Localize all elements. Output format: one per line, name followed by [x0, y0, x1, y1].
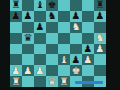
square-c5[interactable] — [34, 33, 46, 44]
square-d1[interactable]: ♛ — [46, 76, 58, 87]
square-a2[interactable]: ♟ — [10, 65, 22, 76]
piece-white-pawn: ♟ — [12, 65, 21, 75]
piece-black-pawn: ♟ — [96, 11, 105, 21]
piece-black-pawn: ♟ — [72, 11, 81, 21]
piece-black-bishop: ♝ — [36, 0, 45, 10]
square-c6[interactable]: ♟ — [34, 22, 46, 33]
square-h6[interactable] — [94, 22, 106, 33]
square-a6[interactable] — [10, 22, 22, 33]
square-f2[interactable]: ♚ — [70, 65, 82, 76]
piece-black-pawn: ♟ — [12, 11, 21, 21]
piece-white-pawn: ♟ — [96, 43, 105, 53]
square-h2[interactable] — [94, 65, 106, 76]
square-f6[interactable]: ♞ — [70, 22, 82, 33]
square-c7[interactable] — [34, 11, 46, 22]
square-b5[interactable]: ♛ — [22, 33, 34, 44]
square-d6[interactable] — [46, 22, 58, 33]
square-c8[interactable]: ♝ — [34, 0, 46, 11]
square-h4[interactable]: ♟ — [94, 44, 106, 55]
square-b2[interactable]: ♟ — [22, 65, 34, 76]
square-d7[interactable]: ♞ — [46, 11, 58, 22]
piece-white-pawn: ♟ — [36, 65, 45, 75]
piece-white-pawn: ♟ — [84, 54, 93, 64]
square-g4[interactable]: ♟ — [82, 44, 94, 55]
square-h3[interactable] — [94, 54, 106, 65]
square-b6[interactable] — [22, 22, 34, 33]
piece-white-knight: ♞ — [96, 33, 105, 43]
piece-white-queen: ♛ — [48, 76, 57, 86]
progress-bar — [75, 81, 103, 84]
square-g5[interactable] — [82, 33, 94, 44]
piece-black-pawn: ♟ — [84, 43, 93, 53]
square-c2[interactable]: ♟ — [34, 65, 46, 76]
square-a3[interactable] — [10, 54, 22, 65]
piece-white-rook: ♜ — [60, 76, 69, 86]
square-e6[interactable] — [58, 22, 70, 33]
square-g6[interactable] — [82, 22, 94, 33]
square-d8[interactable]: ♚ — [46, 0, 58, 11]
square-e8[interactable] — [58, 0, 70, 11]
square-e7[interactable] — [58, 11, 70, 22]
square-f7[interactable]: ♟ — [70, 11, 82, 22]
square-f8[interactable] — [70, 0, 82, 11]
square-d3[interactable] — [46, 54, 58, 65]
piece-white-rook: ♜ — [12, 76, 21, 86]
square-a1[interactable]: ♜ — [10, 76, 22, 87]
square-f3[interactable]: ♟ — [70, 54, 82, 65]
piece-black-pawn: ♟ — [36, 22, 45, 32]
square-b1[interactable] — [22, 76, 34, 87]
square-h5[interactable]: ♞ — [94, 33, 106, 44]
square-e5[interactable] — [58, 33, 70, 44]
square-b3[interactable] — [22, 54, 34, 65]
piece-white-bishop: ♝ — [60, 54, 69, 64]
piece-black-knight: ♞ — [48, 11, 57, 21]
square-h8[interactable]: ♜ — [94, 0, 106, 11]
square-g2[interactable] — [82, 65, 94, 76]
square-d4[interactable] — [46, 44, 58, 55]
piece-white-pawn: ♟ — [24, 65, 33, 75]
chess-app-screenshot: { "game": "chess", "position": { "fen": … — [0, 0, 120, 90]
chess-board: ♜♝♚♜♟♟♞♟♟♟♞♛♞♟♟♝♟♟♟♟♟♚♜♛♜ — [10, 0, 106, 87]
square-g7[interactable] — [82, 11, 94, 22]
square-a7[interactable]: ♟ — [10, 11, 22, 22]
square-c1[interactable] — [34, 76, 46, 87]
square-a4[interactable] — [10, 44, 22, 55]
piece-white-king: ♚ — [72, 65, 81, 75]
square-d5[interactable] — [46, 33, 58, 44]
square-h7[interactable]: ♟ — [94, 11, 106, 22]
square-a8[interactable]: ♜ — [10, 0, 22, 11]
piece-black-pawn: ♟ — [72, 54, 81, 64]
square-a5[interactable] — [10, 33, 22, 44]
piece-black-rook: ♜ — [96, 0, 105, 10]
square-e2[interactable] — [58, 65, 70, 76]
square-d2[interactable] — [46, 65, 58, 76]
square-c3[interactable] — [34, 54, 46, 65]
square-e4[interactable] — [58, 44, 70, 55]
square-e3[interactable]: ♝ — [58, 54, 70, 65]
square-f4[interactable] — [70, 44, 82, 55]
piece-white-knight: ♞ — [72, 22, 81, 32]
piece-black-queen: ♛ — [24, 33, 33, 43]
piece-black-pawn: ♟ — [24, 11, 33, 21]
square-b8[interactable] — [22, 0, 34, 11]
square-g8[interactable] — [82, 0, 94, 11]
piece-black-king: ♚ — [48, 0, 57, 10]
square-f5[interactable] — [70, 33, 82, 44]
square-g3[interactable]: ♟ — [82, 54, 94, 65]
square-c4[interactable] — [34, 44, 46, 55]
square-b7[interactable]: ♟ — [22, 11, 34, 22]
square-b4[interactable] — [22, 44, 34, 55]
square-e1[interactable]: ♜ — [58, 76, 70, 87]
piece-black-rook: ♜ — [12, 0, 21, 10]
